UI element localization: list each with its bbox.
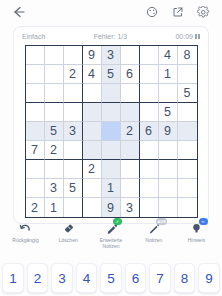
gear-icon (197, 6, 210, 19)
cell-r8c2[interactable]: 3 (45, 179, 64, 198)
cell-r1c4[interactable]: 9 (83, 46, 102, 65)
toolbar-label: Notizen (145, 237, 162, 243)
cell-r7c3[interactable] (64, 160, 83, 179)
cell-r8c9[interactable] (178, 179, 197, 198)
sudoku-board: 93482456155532697223512193 (25, 45, 198, 218)
cell-r3c7[interactable] (140, 84, 159, 103)
cell-r7c5[interactable] (102, 160, 121, 179)
erase-button[interactable]: Löschen (48, 221, 89, 249)
toolbar: Rückgängig Löschen ✓ Erweiterte Notizen … (5, 221, 217, 249)
cell-r9c2[interactable]: 1 (45, 198, 64, 217)
cell-r5c7[interactable]: 6 (140, 122, 159, 141)
cell-r1c7[interactable] (140, 46, 159, 65)
difficulty-label: Einfach (22, 33, 45, 40)
bulb-icon: ∞ (190, 221, 204, 235)
cell-r4c5[interactable] (102, 103, 121, 122)
cell-r1c8[interactable]: 4 (159, 46, 178, 65)
cell-r5c2[interactable]: 5 (45, 122, 64, 141)
pause-button[interactable] (195, 34, 200, 39)
cell-r9c1[interactable]: 2 (26, 198, 45, 217)
settings-button[interactable] (197, 6, 210, 19)
numpad: 123456789 (0, 263, 222, 293)
cell-r9c9[interactable] (178, 198, 197, 217)
cell-r8c8[interactable] (159, 179, 178, 198)
cell-r8c5[interactable]: 1 (102, 179, 121, 198)
back-button[interactable] (12, 6, 25, 19)
cell-r9c7[interactable] (140, 198, 159, 217)
cell-r5c4[interactable] (83, 122, 102, 141)
cell-r9c5[interactable]: 9 (102, 198, 121, 217)
numkey-8[interactable]: 8 (174, 263, 196, 293)
notes-badge: AUS (156, 218, 167, 225)
undo-icon (19, 221, 33, 235)
toolbar-label: Rückgängig (12, 237, 38, 243)
game-card: Einfach Fehler: 1/3 00:09 93482456155532… (13, 26, 209, 224)
cell-r8c7[interactable] (140, 179, 159, 198)
cell-r3c5[interactable] (102, 84, 121, 103)
pencil-icon: ✓ (104, 221, 118, 235)
cell-r4c9[interactable] (178, 103, 197, 122)
numkey-5[interactable]: 5 (100, 263, 122, 293)
toolbar-label: Löschen (59, 237, 78, 243)
numkey-6[interactable]: 6 (125, 263, 147, 293)
advanced-notes-button[interactable]: ✓ Erweiterte Notizen (91, 221, 132, 249)
cell-r8c3[interactable]: 5 (64, 179, 83, 198)
cell-r3c9[interactable]: 5 (178, 84, 197, 103)
cell-r3c6[interactable] (121, 84, 140, 103)
cell-r3c8[interactable] (159, 84, 178, 103)
cell-r7c1[interactable] (26, 160, 45, 179)
hint-button[interactable]: ∞ Hinweis (176, 221, 217, 249)
cell-r2c8[interactable]: 1 (159, 65, 178, 84)
cell-r9c8[interactable] (159, 198, 178, 217)
cell-r1c6[interactable] (121, 46, 140, 65)
cell-r2c3[interactable]: 2 (64, 65, 83, 84)
cell-r1c9[interactable]: 8 (178, 46, 197, 65)
cell-r3c4[interactable] (83, 84, 102, 103)
palette-icon (146, 6, 158, 18)
timer: 00:09 (175, 33, 193, 40)
cell-r5c8[interactable]: 9 (159, 122, 178, 141)
numkey-2[interactable]: 2 (27, 263, 49, 293)
advanced-notes-badge: ✓ (113, 218, 122, 225)
cell-r4c1[interactable] (26, 103, 45, 122)
numkey-3[interactable]: 3 (51, 263, 73, 293)
eraser-icon (61, 221, 75, 235)
back-arrow-icon (13, 6, 25, 18)
palette-button[interactable] (145, 6, 158, 19)
cell-r8c1[interactable] (26, 179, 45, 198)
cell-r4c3[interactable] (64, 103, 83, 122)
cell-r3c1[interactable] (26, 84, 45, 103)
cell-r2c4[interactable]: 4 (83, 65, 102, 84)
cell-r1c3[interactable] (64, 46, 83, 65)
numkey-7[interactable]: 7 (149, 263, 171, 293)
cell-r4c6[interactable] (121, 103, 140, 122)
hint-badge: ∞ (199, 218, 208, 225)
cell-r6c1[interactable]: 7 (26, 141, 45, 160)
cell-r5c6[interactable]: 2 (121, 122, 140, 141)
cell-r1c5[interactable]: 3 (102, 46, 121, 65)
cell-r6c5[interactable] (102, 141, 121, 160)
cell-r3c3[interactable] (64, 84, 83, 103)
numkey-9[interactable]: 9 (198, 263, 220, 293)
cell-r6c9[interactable] (178, 141, 197, 160)
cell-r4c7[interactable] (140, 103, 159, 122)
cell-r5c3[interactable]: 3 (64, 122, 83, 141)
toolbar-label: Hinweis (188, 237, 206, 243)
cell-r2c1[interactable] (26, 65, 45, 84)
errors-counter: Fehler: 1/3 (94, 33, 127, 40)
cell-r4c8[interactable]: 5 (159, 103, 178, 122)
cell-r2c7[interactable] (140, 65, 159, 84)
cell-r8c6[interactable] (121, 179, 140, 198)
cell-r9c6[interactable]: 3 (121, 198, 140, 217)
notes-button[interactable]: AUS Notizen (133, 221, 174, 249)
cell-r6c2[interactable]: 2 (45, 141, 64, 160)
cell-r5c1[interactable] (26, 122, 45, 141)
cell-r2c6[interactable]: 6 (121, 65, 140, 84)
cell-r7c2[interactable] (45, 160, 64, 179)
cell-r2c5[interactable]: 5 (102, 65, 121, 84)
cell-r5c5[interactable] (102, 122, 121, 141)
cell-r6c4[interactable] (83, 141, 102, 160)
cell-r7c4[interactable]: 2 (83, 160, 102, 179)
numkey-4[interactable]: 4 (76, 263, 98, 293)
cell-r6c3[interactable] (64, 141, 83, 160)
cell-r8c4[interactable] (83, 179, 102, 198)
cell-r1c1[interactable] (26, 46, 45, 65)
cell-r7c7[interactable] (140, 160, 159, 179)
cell-r4c2[interactable] (45, 103, 64, 122)
undo-button[interactable]: Rückgängig (5, 221, 46, 249)
toolbar-label: Erweiterte Notizen (100, 237, 123, 249)
cell-r9c4[interactable] (83, 198, 102, 217)
status-bar: Einfach Fehler: 1/3 00:09 (14, 29, 208, 44)
cell-r2c2[interactable] (45, 65, 64, 84)
numkey-1[interactable]: 1 (2, 263, 24, 293)
cell-r9c3[interactable] (64, 198, 83, 217)
cell-r7c9[interactable] (178, 160, 197, 179)
cell-r1c2[interactable] (45, 46, 64, 65)
cell-r4c4[interactable] (83, 103, 102, 122)
cell-r6c7[interactable] (140, 141, 159, 160)
cell-r2c9[interactable] (178, 65, 197, 84)
cell-r3c2[interactable] (45, 84, 64, 103)
top-nav (0, 2, 222, 22)
cell-r5c9[interactable] (178, 122, 197, 141)
cell-r7c8[interactable] (159, 160, 178, 179)
pen-icon: AUS (147, 221, 161, 235)
share-icon (172, 6, 184, 18)
share-button[interactable] (171, 6, 184, 19)
cell-r6c6[interactable] (121, 141, 140, 160)
cell-r7c6[interactable] (121, 160, 140, 179)
cell-r6c8[interactable] (159, 141, 178, 160)
